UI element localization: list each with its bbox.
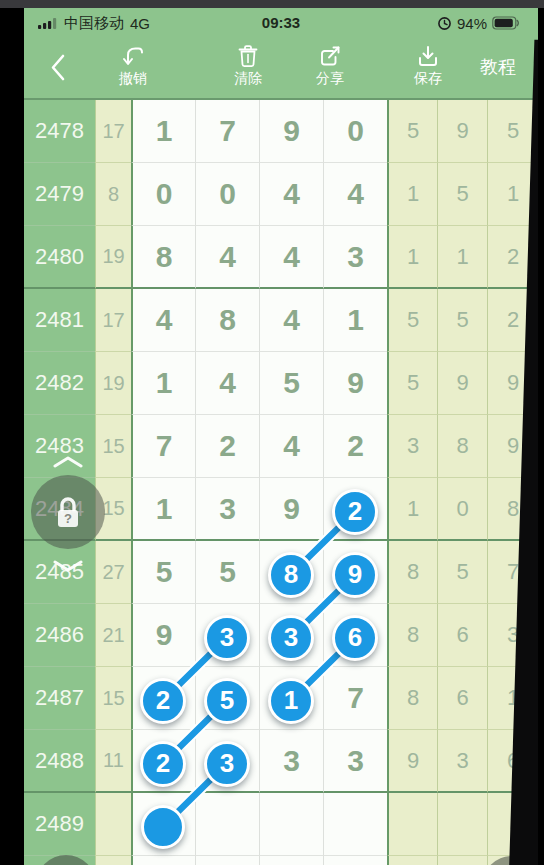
- digit-cell[interactable]: [259, 793, 323, 856]
- circled-pick[interactable]: 2: [332, 489, 378, 535]
- period-cell: 2483: [24, 415, 95, 478]
- sum-cell: 21: [95, 604, 131, 667]
- circled-pick[interactable]: 8: [268, 552, 314, 598]
- digit-cell[interactable]: 9: [259, 478, 323, 541]
- period-cell: 2482: [24, 352, 95, 415]
- digit-cell[interactable]: 4: [259, 415, 323, 478]
- digit-cell[interactable]: 9: [131, 604, 195, 667]
- sum-cell: 17: [95, 289, 131, 352]
- digit-cell[interactable]: 0: [195, 163, 259, 226]
- extra-cell: 5: [437, 163, 487, 226]
- tutorial-button[interactable]: 教程: [480, 56, 516, 78]
- digit-cell[interactable]: [259, 856, 323, 865]
- digit-cell[interactable]: 3: [195, 478, 259, 541]
- digit-cell[interactable]: [131, 856, 195, 865]
- top-bezel: [0, 0, 544, 8]
- status-bar: 中国移动 4G 09:33 94%: [24, 8, 538, 38]
- digit-cell[interactable]: 4: [195, 352, 259, 415]
- save-button[interactable]: 保存: [414, 44, 442, 88]
- row-lock-button[interactable]: ?: [31, 475, 105, 549]
- extra-cell: 2: [487, 226, 538, 289]
- digit-cell[interactable]: [323, 793, 387, 856]
- undo-label: 撤销: [119, 70, 147, 88]
- period-cell: 2485: [24, 541, 95, 604]
- sum-cell: 11: [95, 730, 131, 793]
- sum-cell: [95, 856, 131, 865]
- sum-cell: 27: [95, 541, 131, 604]
- share-button[interactable]: 分享: [316, 44, 344, 88]
- digit-cell[interactable]: 1: [323, 289, 387, 352]
- clear-button[interactable]: 清除: [234, 44, 262, 88]
- table-row: 2481 17 4 8 4 1 5 5 2: [24, 289, 538, 352]
- period-cell: 2480: [24, 226, 95, 289]
- back-button[interactable]: [50, 54, 66, 84]
- network-type-label: 4G: [130, 15, 150, 32]
- sum-cell: 17: [95, 100, 131, 163]
- extra-cell: 2: [487, 289, 538, 352]
- extra-cell: [437, 793, 487, 856]
- extra-cell: 9: [387, 730, 437, 793]
- digit-cell[interactable]: 3: [323, 730, 387, 793]
- circled-pick[interactable]: 2: [140, 678, 186, 724]
- signal-strength-icon: [38, 17, 58, 29]
- download-icon: [416, 44, 440, 68]
- sum-cell: 19: [95, 226, 131, 289]
- extra-cell: [387, 793, 437, 856]
- digit-cell[interactable]: 4: [195, 226, 259, 289]
- digit-cell[interactable]: 7: [195, 100, 259, 163]
- undo-button[interactable]: 撤销: [119, 44, 147, 88]
- share-icon: [318, 44, 342, 68]
- digit-cell[interactable]: 5: [259, 352, 323, 415]
- digit-cell[interactable]: 9: [323, 352, 387, 415]
- extra-cell: 1: [487, 163, 538, 226]
- extra-cell: 7: [487, 541, 538, 604]
- extra-cell: 5: [387, 289, 437, 352]
- extra-cell: 5: [387, 100, 437, 163]
- extra-cell: 9: [487, 415, 538, 478]
- extra-cell: 1: [387, 163, 437, 226]
- digit-cell[interactable]: 5: [195, 541, 259, 604]
- digit-cell[interactable]: 4: [259, 163, 323, 226]
- table-row: 2482 19 1 4 5 9 5 9 9: [24, 352, 538, 415]
- circled-pick[interactable]: 6: [332, 615, 378, 661]
- extra-cell: [487, 793, 538, 856]
- extra-cell: 8: [387, 604, 437, 667]
- table-row: 2483 15 7 2 4 2 3 8 9: [24, 415, 538, 478]
- battery-icon: [492, 16, 520, 30]
- digit-cell[interactable]: [195, 793, 259, 856]
- circled-pick[interactable]: 5: [204, 678, 250, 724]
- digit-cell[interactable]: 4: [259, 226, 323, 289]
- extra-cell: 5: [437, 541, 487, 604]
- digit-cell[interactable]: 2: [323, 415, 387, 478]
- extra-cell: 9: [437, 352, 487, 415]
- digit-cell[interactable]: 1: [131, 352, 195, 415]
- save-label: 保存: [414, 70, 442, 88]
- digit-cell[interactable]: 8: [131, 226, 195, 289]
- extra-cell: 9: [487, 352, 538, 415]
- extra-cell: 8: [387, 541, 437, 604]
- circled-pick[interactable]: 3: [204, 741, 250, 787]
- extra-cell: 3: [387, 415, 437, 478]
- extra-cell: 8: [387, 667, 437, 730]
- period-cell: 2479: [24, 163, 95, 226]
- trend-grid: ? 2478 17 1 7 9 0 5 9 5 2479 8 0 0 4 4 1…: [24, 98, 538, 865]
- extra-cell: [387, 856, 437, 865]
- sum-cell: 19: [95, 352, 131, 415]
- digit-cell[interactable]: [195, 856, 259, 865]
- toolbar: 撤销 清除 分享: [24, 38, 538, 98]
- extra-cell: 1: [487, 667, 538, 730]
- back-chevron-icon: [50, 54, 66, 81]
- digit-cell[interactable]: 7: [323, 667, 387, 730]
- circled-pick[interactable]: 1: [268, 678, 314, 724]
- digit-cell[interactable]: 0: [323, 100, 387, 163]
- svg-text:?: ?: [64, 511, 72, 526]
- extra-cell: 6: [437, 604, 487, 667]
- period-cell: 2481: [24, 289, 95, 352]
- digit-cell[interactable]: 9: [259, 100, 323, 163]
- period-cell: 2486: [24, 604, 95, 667]
- digit-cell[interactable]: 4: [131, 289, 195, 352]
- extra-cell: 5: [487, 100, 538, 163]
- status-left: 中国移动 4G: [38, 8, 150, 38]
- extra-cell: 9: [437, 100, 487, 163]
- extra-cell: [437, 856, 487, 865]
- carrier-label: 中国移动: [64, 14, 124, 33]
- table-row: 2479 8 0 0 4 4 1 5 1: [24, 163, 538, 226]
- sum-cell: 15: [95, 667, 131, 730]
- extra-cell: 1: [387, 226, 437, 289]
- phone-photo-frame: 中国移动 4G 09:33 94%: [0, 0, 544, 865]
- extra-cell: 3: [487, 604, 538, 667]
- share-label: 分享: [316, 70, 344, 88]
- circled-pick[interactable]: 3: [204, 615, 250, 661]
- extra-cell: 1: [387, 478, 437, 541]
- lock-chevron-down-icon: [52, 558, 84, 570]
- sum-cell: [95, 793, 131, 856]
- digit-cell[interactable]: 7: [131, 415, 195, 478]
- digit-cell[interactable]: 3: [323, 226, 387, 289]
- digit-cell[interactable]: 3: [259, 730, 323, 793]
- sum-cell: 15: [95, 415, 131, 478]
- digit-cell[interactable]: 0: [131, 163, 195, 226]
- circled-pick[interactable]: 3: [268, 615, 314, 661]
- battery-percent-label: 94%: [457, 15, 487, 32]
- extra-cell: 5: [437, 289, 487, 352]
- extra-cell: 6: [437, 667, 487, 730]
- digit-cell[interactable]: 2: [195, 415, 259, 478]
- digit-cell[interactable]: 8: [195, 289, 259, 352]
- period-cell: 2488: [24, 730, 95, 793]
- extra-cell: 0: [437, 478, 487, 541]
- period-cell: 2489: [24, 793, 95, 856]
- extra-cell: 3: [437, 730, 487, 793]
- status-time: 09:33: [262, 8, 300, 38]
- app-screen: 中国移动 4G 09:33 94%: [24, 8, 538, 865]
- period-cell: 2478: [24, 100, 95, 163]
- extra-cell: 8: [437, 415, 487, 478]
- alarm-clock-icon: [437, 16, 452, 31]
- clear-label: 清除: [234, 70, 262, 88]
- prediction-dot[interactable]: [141, 805, 185, 849]
- period-cell: 2487: [24, 667, 95, 730]
- extra-cell: 1: [437, 226, 487, 289]
- table-row: 2489: [24, 793, 538, 856]
- table-row: [24, 856, 538, 865]
- padlock-icon: ?: [51, 494, 85, 530]
- digit-cell[interactable]: 5: [131, 541, 195, 604]
- extra-cell: 6: [487, 730, 538, 793]
- table-row: 2478 17 1 7 9 0 5 9 5: [24, 100, 538, 163]
- sum-cell: 8: [95, 163, 131, 226]
- circled-pick[interactable]: 2: [140, 741, 186, 787]
- digit-cell[interactable]: 1: [131, 100, 195, 163]
- extra-cell: 8: [487, 478, 538, 541]
- digit-cell[interactable]: [323, 856, 387, 865]
- table-row: 2488 11 2 3 3 3 9 3 6: [24, 730, 538, 793]
- digit-cell[interactable]: 4: [323, 163, 387, 226]
- digit-cell[interactable]: 4: [259, 289, 323, 352]
- table-row: 2480 19 8 4 4 3 1 1 2: [24, 226, 538, 289]
- status-right: 94%: [437, 8, 520, 38]
- trash-icon: [236, 44, 260, 68]
- extra-cell: 5: [387, 352, 437, 415]
- circled-pick[interactable]: 9: [332, 552, 378, 598]
- digit-cell[interactable]: 1: [131, 478, 195, 541]
- lock-chevron-up-icon: [52, 454, 84, 466]
- undo-icon: [121, 44, 145, 68]
